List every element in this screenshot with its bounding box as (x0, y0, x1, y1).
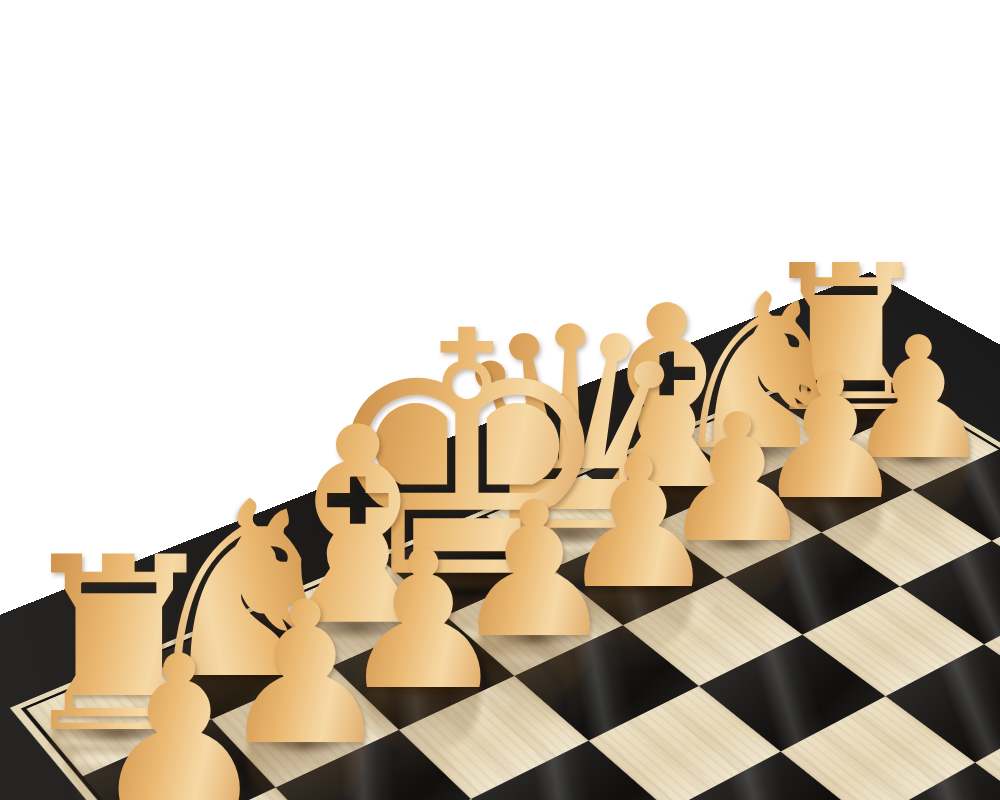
white-pawn[interactable]: ♟♟ (48, 629, 311, 800)
white-pawn-glyph: ♟ (48, 629, 311, 800)
chess-set-photo: ♜♜♞♞♝♝♚♚♛♛♝♝♞♞♜♜♟♟♟♟♟♟♟♟♟♟♟♟♟♟♟♟ (0, 0, 1000, 800)
pieces-layer: ♜♜♞♞♝♝♚♚♛♛♝♝♞♞♜♜♟♟♟♟♟♟♟♟♟♟♟♟♟♟♟♟ (0, 0, 1000, 800)
